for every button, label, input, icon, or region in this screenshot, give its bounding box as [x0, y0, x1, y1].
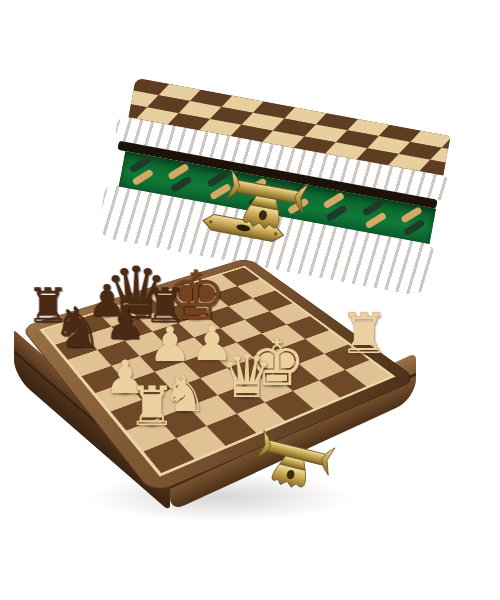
storage-slot	[316, 191, 355, 227]
storage-slot	[355, 198, 394, 234]
chess-board-frame	[20, 257, 418, 494]
product-photo-scene: ♜♞♟♛♟♜♚♟♟♟♛♚♜♞♜	[0, 0, 500, 600]
storage-slot	[161, 162, 200, 198]
brass-hinged-clasp	[218, 158, 313, 242]
storage-box	[96, 76, 458, 298]
storage-slot	[394, 205, 433, 241]
storage-slot	[122, 155, 161, 191]
